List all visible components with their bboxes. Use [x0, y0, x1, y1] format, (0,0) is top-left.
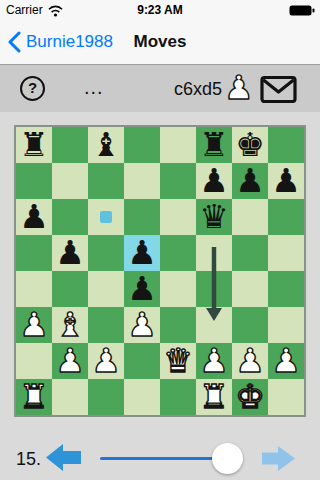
- status-time: 9:23 AM: [0, 3, 320, 17]
- square-f7[interactable]: ♟: [196, 163, 232, 199]
- square-e5[interactable]: [160, 235, 196, 271]
- square-c6[interactable]: [88, 199, 124, 235]
- square-e8[interactable]: [160, 127, 196, 163]
- square-e6[interactable]: [160, 199, 196, 235]
- content: ♜♝♜♚♟♟♟♟♛♟♟♟♟♝♟♟♟♛♟♟♟♜♜♚ 15.: [0, 112, 320, 480]
- square-f5[interactable]: [196, 235, 232, 271]
- square-g8[interactable]: ♚: [232, 127, 268, 163]
- square-h3[interactable]: [268, 307, 304, 343]
- nav-bar: Burnie1988 Moves: [0, 20, 320, 64]
- square-a2[interactable]: [16, 343, 52, 379]
- white-bishop: ♝: [52, 307, 88, 342]
- move-text: c6xd5: [148, 65, 222, 113]
- square-f1[interactable]: ♜: [196, 379, 232, 415]
- square-e7[interactable]: [160, 163, 196, 199]
- chevron-left-icon: [8, 31, 21, 53]
- square-h1[interactable]: [268, 379, 304, 415]
- square-f8[interactable]: ♜: [196, 127, 232, 163]
- square-d5[interactable]: ♟: [124, 235, 160, 271]
- black-pawn: ♟: [196, 163, 232, 198]
- square-a8[interactable]: ♜: [16, 127, 52, 163]
- square-c8[interactable]: ♝: [88, 127, 124, 163]
- white-pawn: ♟: [196, 343, 232, 378]
- square-b3[interactable]: ♝: [52, 307, 88, 343]
- arrow-left-icon: [46, 444, 81, 471]
- white-pawn-icon: ♟: [224, 70, 252, 110]
- black-pawn: ♟: [124, 235, 160, 270]
- square-b8[interactable]: [52, 127, 88, 163]
- white-pawn: ♟: [124, 307, 160, 342]
- status-right: [289, 5, 315, 19]
- white-queen: ♛: [160, 343, 196, 378]
- square-f6[interactable]: ♛: [196, 199, 232, 235]
- white-pawn: ♟: [52, 343, 88, 378]
- square-b1[interactable]: [52, 379, 88, 415]
- origin-marker: [100, 211, 112, 223]
- square-a4[interactable]: [16, 271, 52, 307]
- square-g5[interactable]: [232, 235, 268, 271]
- chess-board: ♜♝♜♚♟♟♟♟♛♟♟♟♟♝♟♟♟♛♟♟♟♜♜♚: [14, 125, 306, 417]
- slider-thumb[interactable]: [212, 443, 243, 474]
- square-b4[interactable]: [52, 271, 88, 307]
- black-bishop: ♝: [88, 127, 124, 162]
- white-pawn: ♟: [16, 307, 52, 342]
- square-h4[interactable]: [268, 271, 304, 307]
- board-grid: ♜♝♜♚♟♟♟♟♛♟♟♟♟♝♟♟♟♛♟♟♟♜♜♚: [16, 127, 304, 415]
- square-a7[interactable]: [16, 163, 52, 199]
- square-a5[interactable]: [16, 235, 52, 271]
- white-rook: ♜: [196, 379, 232, 414]
- square-g4[interactable]: [232, 271, 268, 307]
- battery-icon: [289, 5, 315, 16]
- white-pawn: ♟: [88, 343, 124, 378]
- back-button[interactable]: Burnie1988: [8, 20, 113, 64]
- black-pawn: ♟: [268, 163, 304, 198]
- next-move-button[interactable]: [262, 446, 295, 475]
- white-rook: ♜: [16, 379, 52, 414]
- help-button[interactable]: ?: [20, 76, 45, 101]
- move-number-label: 15.: [16, 449, 41, 470]
- square-b6[interactable]: [52, 199, 88, 235]
- square-e4[interactable]: [160, 271, 196, 307]
- square-c3[interactable]: [88, 307, 124, 343]
- black-pawn: ♟: [232, 163, 268, 198]
- toolbar: ? ... c6xd5 ♟: [0, 64, 320, 112]
- page-title: Moves: [134, 20, 187, 64]
- square-d2[interactable]: [124, 343, 160, 379]
- white-king: ♚: [232, 379, 268, 414]
- white-pawn: ♟: [268, 343, 304, 378]
- square-g3[interactable]: [232, 307, 268, 343]
- square-c4[interactable]: [88, 271, 124, 307]
- square-h7[interactable]: ♟: [268, 163, 304, 199]
- white-pawn: ♟: [232, 343, 268, 378]
- square-c1[interactable]: [88, 379, 124, 415]
- square-g2[interactable]: ♟: [232, 343, 268, 379]
- square-e1[interactable]: [160, 379, 196, 415]
- square-d3[interactable]: ♟: [124, 307, 160, 343]
- black-rook: ♜: [16, 127, 52, 162]
- square-h5[interactable]: [268, 235, 304, 271]
- black-queen: ♛: [196, 199, 232, 234]
- square-b5[interactable]: ♟: [52, 235, 88, 271]
- mail-button[interactable]: [260, 75, 297, 108]
- black-pawn: ♟: [16, 199, 52, 234]
- black-pawn: ♟: [124, 271, 160, 306]
- square-d1[interactable]: [124, 379, 160, 415]
- square-d8[interactable]: [124, 127, 160, 163]
- square-h6[interactable]: [268, 199, 304, 235]
- square-f2[interactable]: ♟: [196, 343, 232, 379]
- square-c2[interactable]: ♟: [88, 343, 124, 379]
- arrow-right-icon: [262, 446, 295, 471]
- square-f4[interactable]: [196, 271, 232, 307]
- square-c5[interactable]: [88, 235, 124, 271]
- square-d4[interactable]: ♟: [124, 271, 160, 307]
- square-h8[interactable]: [268, 127, 304, 163]
- black-king: ♚: [232, 127, 268, 162]
- status-bar: Carrier 9:23 AM: [0, 0, 320, 20]
- square-g1[interactable]: ♚: [232, 379, 268, 415]
- envelope-icon: [260, 75, 297, 104]
- square-e2[interactable]: ♛: [160, 343, 196, 379]
- prev-move-button[interactable]: [46, 444, 81, 475]
- square-a6[interactable]: ♟: [16, 199, 52, 235]
- black-pawn: ♟: [52, 235, 88, 270]
- square-c7[interactable]: [88, 163, 124, 199]
- square-h2[interactable]: ♟: [268, 343, 304, 379]
- square-a3[interactable]: ♟: [16, 307, 52, 343]
- square-b2[interactable]: ♟: [52, 343, 88, 379]
- question-mark-icon: ?: [28, 79, 37, 96]
- square-b7[interactable]: [52, 163, 88, 199]
- back-label: Burnie1988: [26, 32, 113, 52]
- square-g7[interactable]: ♟: [232, 163, 268, 199]
- black-rook: ♜: [196, 127, 232, 162]
- square-e3[interactable]: [160, 307, 196, 343]
- screen: Carrier 9:23 AM Burnie1988 Moves ?: [0, 0, 320, 480]
- more-button[interactable]: ...: [84, 65, 104, 113]
- square-d7[interactable]: [124, 163, 160, 199]
- square-d6[interactable]: [124, 199, 160, 235]
- square-a1[interactable]: ♜: [16, 379, 52, 415]
- square-g6[interactable]: [232, 199, 268, 235]
- square-f3[interactable]: [196, 307, 232, 343]
